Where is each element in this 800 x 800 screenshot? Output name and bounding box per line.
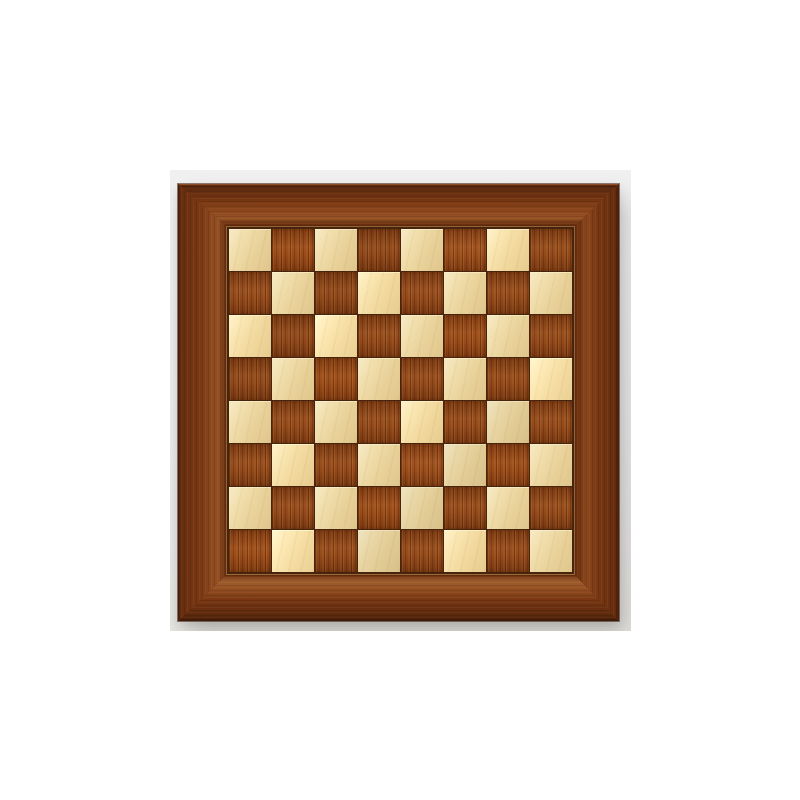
square-f4 xyxy=(444,401,486,443)
square-e2 xyxy=(401,487,443,529)
square-g5 xyxy=(487,358,529,400)
square-c5 xyxy=(315,358,357,400)
square-d1 xyxy=(358,530,400,572)
square-d7 xyxy=(358,272,400,314)
square-f3 xyxy=(444,444,486,486)
square-f1 xyxy=(444,530,486,572)
square-b7 xyxy=(272,272,314,314)
square-b5 xyxy=(272,358,314,400)
square-g7 xyxy=(487,272,529,314)
square-a6 xyxy=(229,315,271,357)
square-h4 xyxy=(530,401,572,443)
square-e5 xyxy=(401,358,443,400)
square-b2 xyxy=(272,487,314,529)
square-d3 xyxy=(358,444,400,486)
square-g8 xyxy=(487,229,529,271)
square-e8 xyxy=(401,229,443,271)
square-g4 xyxy=(487,401,529,443)
square-b6 xyxy=(272,315,314,357)
square-d2 xyxy=(358,487,400,529)
square-a2 xyxy=(229,487,271,529)
square-g1 xyxy=(487,530,529,572)
square-a1 xyxy=(229,530,271,572)
square-f5 xyxy=(444,358,486,400)
square-d6 xyxy=(358,315,400,357)
product-photo xyxy=(170,170,631,631)
board-frame-left xyxy=(178,184,227,621)
square-c8 xyxy=(315,229,357,271)
square-a7 xyxy=(229,272,271,314)
square-f2 xyxy=(444,487,486,529)
board-frame-right xyxy=(574,184,619,621)
square-c1 xyxy=(315,530,357,572)
chess-board xyxy=(178,184,619,621)
square-b8 xyxy=(272,229,314,271)
square-h7 xyxy=(530,272,572,314)
square-h6 xyxy=(530,315,572,357)
square-a4 xyxy=(229,401,271,443)
board-frame-bottom xyxy=(178,574,619,621)
square-c6 xyxy=(315,315,357,357)
square-b4 xyxy=(272,401,314,443)
square-e6 xyxy=(401,315,443,357)
square-d5 xyxy=(358,358,400,400)
square-e1 xyxy=(401,530,443,572)
board-frame-top xyxy=(178,184,619,227)
square-h3 xyxy=(530,444,572,486)
square-g3 xyxy=(487,444,529,486)
square-d4 xyxy=(358,401,400,443)
square-e4 xyxy=(401,401,443,443)
square-a8 xyxy=(229,229,271,271)
square-f6 xyxy=(444,315,486,357)
square-h2 xyxy=(530,487,572,529)
square-h5 xyxy=(530,358,572,400)
square-e3 xyxy=(401,444,443,486)
square-f8 xyxy=(444,229,486,271)
square-c4 xyxy=(315,401,357,443)
square-c2 xyxy=(315,487,357,529)
square-b1 xyxy=(272,530,314,572)
square-a3 xyxy=(229,444,271,486)
square-b3 xyxy=(272,444,314,486)
square-h8 xyxy=(530,229,572,271)
square-c3 xyxy=(315,444,357,486)
square-h1 xyxy=(530,530,572,572)
square-g6 xyxy=(487,315,529,357)
page-background xyxy=(0,0,800,800)
square-a5 xyxy=(229,358,271,400)
board-grid xyxy=(227,227,574,574)
square-c7 xyxy=(315,272,357,314)
square-f7 xyxy=(444,272,486,314)
square-e7 xyxy=(401,272,443,314)
square-g2 xyxy=(487,487,529,529)
square-d8 xyxy=(358,229,400,271)
